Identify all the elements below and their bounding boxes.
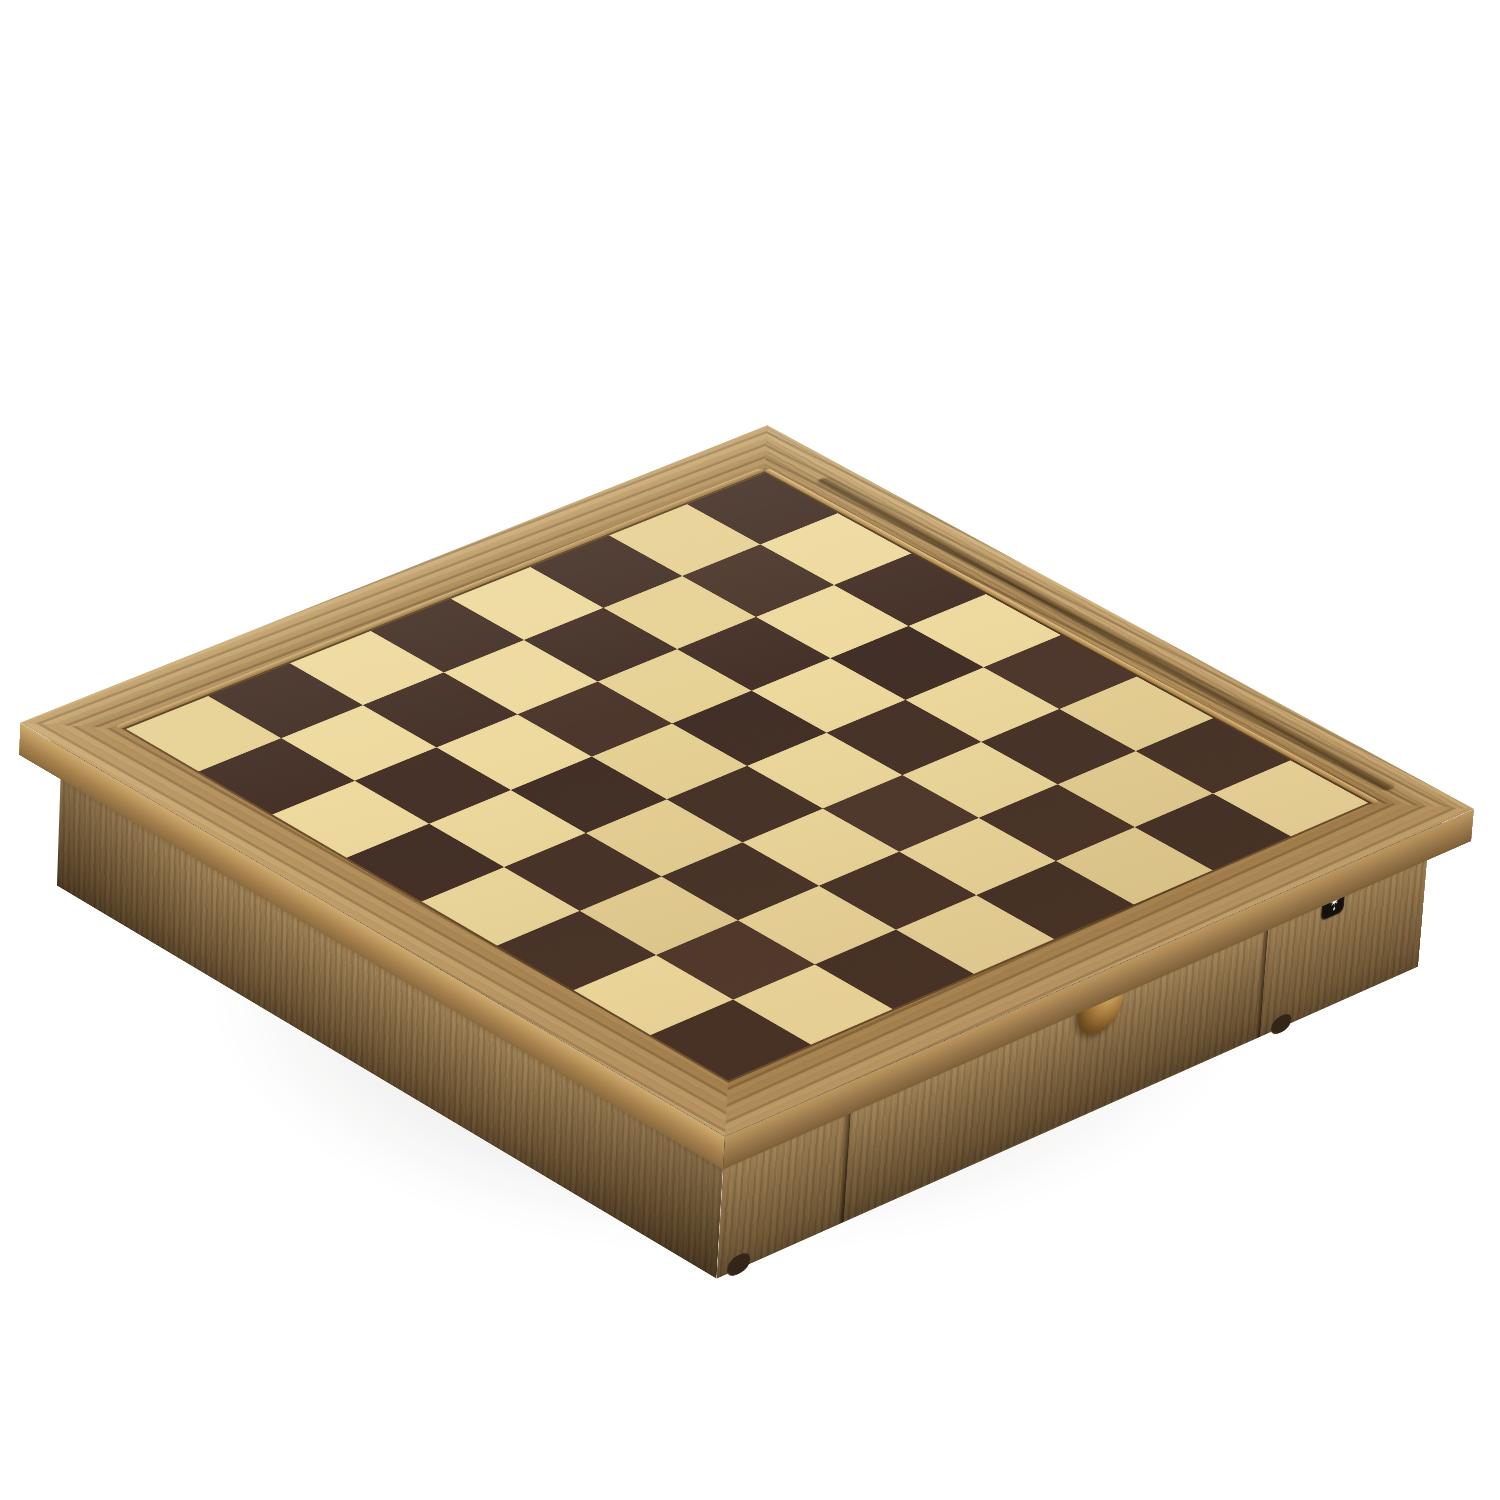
square-f4[interactable] — [742, 809, 899, 886]
square-e1[interactable] — [422, 867, 580, 946]
square-f2[interactable] — [580, 876, 738, 955]
square-h3[interactable] — [815, 930, 974, 1009]
square-h2[interactable] — [733, 964, 893, 1044]
square-d2[interactable] — [429, 790, 586, 867]
square-g2[interactable] — [656, 920, 815, 999]
board-foot — [1271, 1011, 1292, 1037]
square-g6[interactable] — [979, 784, 1135, 861]
square-e2[interactable] — [504, 833, 661, 911]
square-g4[interactable] — [819, 852, 976, 930]
square-d1[interactable] — [347, 824, 504, 902]
square-h6[interactable] — [1056, 827, 1213, 904]
square-g1[interactable] — [573, 955, 733, 1035]
square-e3[interactable] — [586, 799, 743, 876]
square-g3[interactable] — [738, 886, 896, 965]
perspective-scene — [0, 0, 1500, 1500]
square-e4[interactable] — [667, 766, 823, 843]
product-photo-stage — [0, 0, 1500, 1500]
square-c2[interactable] — [355, 747, 511, 823]
square-h4[interactable] — [896, 895, 1054, 974]
square-g5[interactable] — [899, 818, 1056, 895]
board-foot — [727, 1250, 751, 1279]
square-c1[interactable] — [272, 781, 429, 858]
square-b1[interactable] — [199, 738, 355, 814]
square-d3[interactable] — [511, 757, 667, 833]
square-h7[interactable] — [1135, 794, 1291, 871]
square-f5[interactable] — [823, 775, 979, 852]
scene-tilt — [0, 0, 1500, 1500]
square-f1[interactable] — [497, 911, 656, 990]
square-f3[interactable] — [661, 842, 818, 920]
square-h1[interactable] — [651, 1000, 811, 1081]
square-h5[interactable] — [976, 861, 1133, 939]
